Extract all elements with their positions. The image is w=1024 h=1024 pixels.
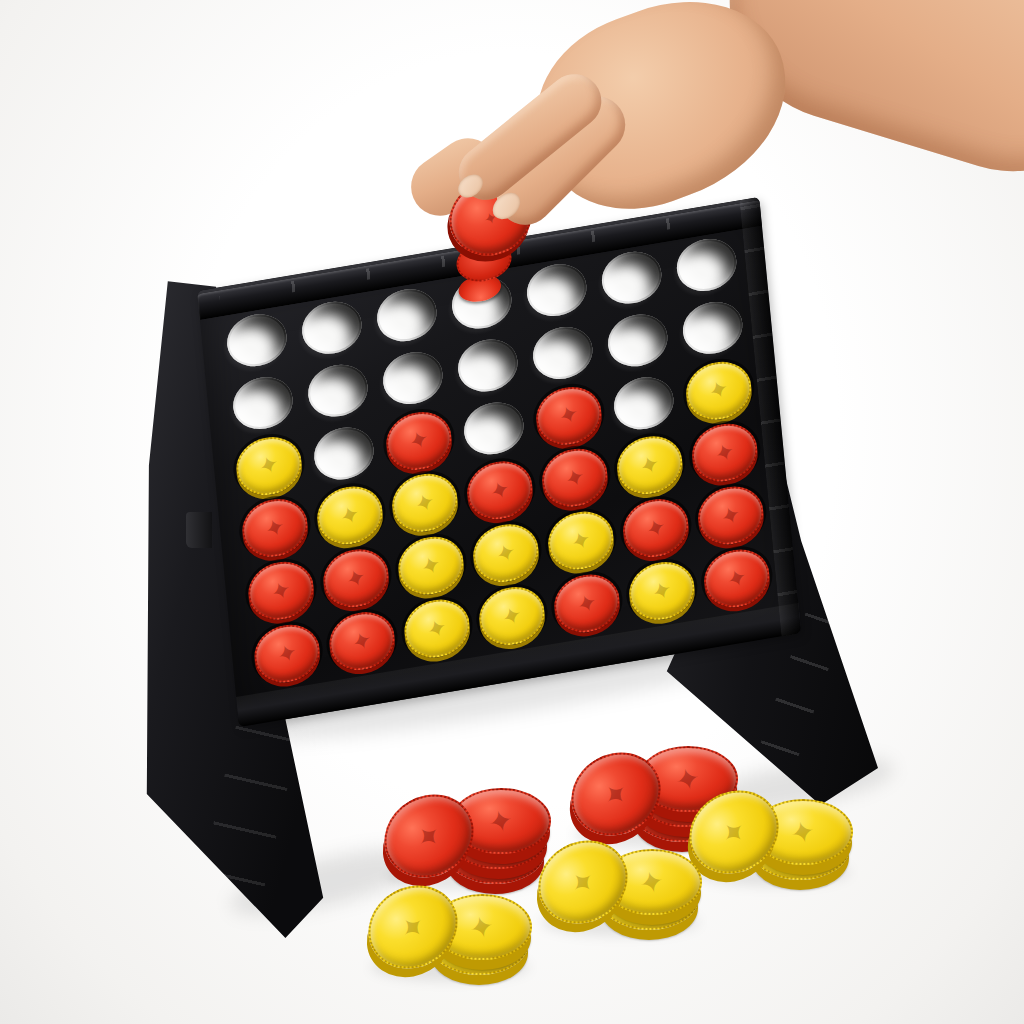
red-disc: ✦ — [252, 620, 323, 688]
cell-r5c3[interactable]: ✦ — [396, 532, 467, 600]
yellow-disc: ✦ — [396, 532, 467, 600]
disc-emboss-glyph: ✦ — [717, 499, 745, 533]
loose-pile-yellow-5[interactable]: ✦✦ — [365, 873, 540, 993]
cell-r4c7[interactable]: ✦ — [689, 419, 760, 487]
cell-r2c6[interactable] — [602, 306, 673, 374]
disc-emboss-glyph: ✦ — [711, 436, 739, 470]
yellow-disc: ✦ — [614, 432, 685, 500]
disc-emboss-glyph: ✦ — [555, 398, 583, 432]
cell-r1c7[interactable] — [671, 231, 742, 299]
empty-hole — [305, 360, 370, 421]
empty-hole — [374, 285, 439, 346]
empty-hole — [611, 372, 676, 433]
disc-emboss-glyph: ✦ — [486, 474, 514, 508]
disc-emboss-glyph: ✦ — [498, 599, 526, 633]
empty-hole — [461, 397, 526, 458]
disc-emboss-glyph: ✦ — [466, 907, 499, 947]
empty-hole — [230, 372, 295, 433]
red-disc: ✦ — [327, 607, 398, 675]
disc-emboss-glyph: ✦ — [642, 511, 670, 545]
cell-r1c5[interactable] — [521, 256, 592, 324]
disc-emboss-glyph: ✦ — [595, 773, 637, 816]
loose-pile-yellow-4[interactable]: ✦✦ — [535, 828, 710, 948]
left-leg-hinge-tab — [186, 512, 212, 548]
red-disc: ✦ — [533, 382, 604, 450]
cell-r5c1[interactable]: ✦ — [246, 557, 317, 625]
cell-r6c2[interactable]: ✦ — [327, 607, 398, 675]
disc-emboss-glyph: ✦ — [713, 811, 755, 854]
palm — [513, 0, 815, 235]
red-disc: ✦ — [240, 494, 311, 562]
disc-emboss-glyph: ✦ — [636, 862, 669, 902]
scene: ✦✦✦✦✦✦✦✦✦✦✦✦✦✦✦✦✦✦✦✦✦✦✦✦✦ ✦ ✦✦✦✦✦✦✦✦✦✦ — [0, 0, 1024, 1024]
disc-emboss-glyph: ✦ — [423, 612, 451, 646]
disc-emboss-glyph: ✦ — [255, 449, 283, 483]
red-disc: ✦ — [695, 482, 766, 550]
cell-r3c3[interactable]: ✦ — [384, 407, 455, 475]
game-board: ✦✦✦✦✦✦✦✦✦✦✦✦✦✦✦✦✦✦✦✦✦✦✦✦✦ — [197, 197, 801, 727]
disc-emboss-glyph: ✦ — [336, 499, 364, 533]
cell-r2c5[interactable] — [527, 319, 598, 387]
cell-r2c4[interactable] — [452, 331, 523, 399]
disc-emboss-glyph: ✦ — [787, 812, 820, 852]
cell-r4c3[interactable]: ✦ — [390, 469, 461, 537]
cell-r2c3[interactable] — [378, 344, 449, 412]
disc-emboss-glyph: ✦ — [705, 373, 733, 407]
disc-emboss-glyph: ✦ — [561, 461, 589, 495]
yellow-disc: ✦ — [402, 595, 473, 663]
disc-emboss-glyph: ✦ — [267, 574, 295, 608]
index-finger — [448, 63, 613, 211]
empty-hole — [680, 297, 745, 358]
empty-hole — [299, 297, 364, 358]
disc-emboss-glyph: ✦ — [405, 423, 433, 457]
empty-hole — [530, 322, 595, 383]
yellow-disc: ✦ — [315, 482, 386, 550]
cell-r6c1[interactable]: ✦ — [252, 620, 323, 688]
cell-r6c5[interactable]: ✦ — [552, 570, 623, 638]
red-disc: ✦ — [321, 545, 392, 613]
red-disc: ✦ — [621, 494, 692, 562]
yellow-disc: ✦ — [627, 557, 698, 625]
yellow-disc: ✦ — [471, 520, 542, 588]
cell-r4c4[interactable]: ✦ — [465, 457, 536, 525]
disc-emboss-glyph: ✦ — [492, 536, 520, 570]
disc-emboss-glyph: ✦ — [392, 906, 434, 949]
disc-emboss-glyph: ✦ — [723, 561, 751, 595]
disc-emboss-glyph: ✦ — [408, 815, 450, 858]
yellow-disc: ✦ — [683, 357, 754, 425]
cell-r3c1[interactable]: ✦ — [234, 432, 305, 500]
cell-r6c3[interactable]: ✦ — [402, 595, 473, 663]
cell-r3c7[interactable]: ✦ — [683, 357, 754, 425]
cell-r2c7[interactable] — [677, 294, 748, 362]
cell-r5c4[interactable]: ✦ — [471, 520, 542, 588]
cell-r3c4[interactable] — [459, 394, 530, 462]
cell-r1c2[interactable] — [297, 294, 368, 362]
disc-emboss-glyph: ✦ — [261, 511, 289, 545]
forearm — [700, 0, 1024, 201]
disc-emboss-glyph: ✦ — [481, 207, 500, 229]
disc-emboss-glyph: ✦ — [485, 801, 518, 841]
cell-r1c1[interactable] — [222, 306, 293, 374]
cell-r6c6[interactable]: ✦ — [627, 557, 698, 625]
red-disc: ✦ — [702, 545, 773, 613]
cell-r3c2[interactable] — [309, 419, 380, 487]
disc-emboss-glyph: ✦ — [342, 561, 370, 595]
loose-pile-yellow-3[interactable]: ✦✦ — [686, 778, 861, 898]
disc-emboss-glyph: ✦ — [567, 524, 595, 558]
empty-hole — [224, 310, 289, 371]
disc-emboss-glyph: ✦ — [636, 449, 664, 483]
yellow-disc: ✦ — [234, 432, 305, 500]
empty-hole — [674, 234, 739, 295]
cell-r6c7[interactable]: ✦ — [702, 545, 773, 613]
disc-emboss-glyph: ✦ — [348, 624, 376, 658]
disc-emboss-glyph: ✦ — [411, 486, 439, 520]
cell-r6c4[interactable]: ✦ — [477, 582, 548, 650]
cell-r2c1[interactable] — [228, 369, 299, 437]
empty-hole — [380, 347, 445, 408]
cell-r2c2[interactable] — [303, 357, 374, 425]
thumb — [400, 127, 509, 227]
cell-r5c7[interactable]: ✦ — [695, 482, 766, 550]
disc-emboss-glyph: ✦ — [273, 637, 301, 671]
red-disc: ✦ — [465, 457, 536, 525]
disc-emboss-glyph: ✦ — [648, 574, 676, 608]
cell-r5c6[interactable]: ✦ — [621, 494, 692, 562]
middle-finger — [485, 84, 637, 236]
empty-hole — [311, 423, 376, 484]
disc-emboss-glyph: ✦ — [417, 549, 445, 583]
cell-r5c5[interactable]: ✦ — [546, 507, 617, 575]
yellow-disc: ✦ — [546, 507, 617, 575]
middle-fingernail — [488, 187, 526, 224]
cell-r4c2[interactable]: ✦ — [315, 482, 386, 550]
cell-r5c2[interactable]: ✦ — [321, 545, 392, 613]
empty-hole — [599, 247, 664, 308]
disc-emboss-glyph: ✦ — [573, 586, 601, 620]
cell-r3c5[interactable]: ✦ — [533, 382, 604, 450]
cell-r4c6[interactable]: ✦ — [614, 432, 685, 500]
red-disc: ✦ — [540, 444, 611, 512]
red-disc: ✦ — [689, 419, 760, 487]
empty-hole — [605, 310, 670, 371]
yellow-disc: ✦ — [390, 469, 461, 537]
cell-r1c3[interactable] — [371, 281, 442, 349]
index-fingernail — [454, 170, 488, 202]
cell-r4c1[interactable]: ✦ — [240, 494, 311, 562]
empty-hole — [524, 260, 589, 321]
red-disc: ✦ — [246, 557, 317, 625]
empty-hole — [455, 335, 520, 396]
cell-r1c6[interactable] — [596, 244, 667, 312]
disc-emboss-glyph: ✦ — [562, 861, 604, 904]
cell-r3c6[interactable] — [608, 369, 679, 437]
yellow-disc: ✦ — [477, 582, 548, 650]
red-disc: ✦ — [384, 407, 455, 475]
red-disc: ✦ — [552, 570, 623, 638]
cell-r4c5[interactable]: ✦ — [540, 444, 611, 512]
